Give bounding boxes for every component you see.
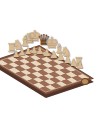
piece-knight: ♞	[12, 38, 24, 51]
chess-set-photo: ♜♞♝♛♚♛♚♝♞♜♟♟♟♟♟♟♟♟♟♟♟	[0, 0, 95, 126]
piece-queen: ♛	[24, 31, 37, 45]
chess-board	[0, 45, 94, 95]
piece-king: ♚	[45, 35, 59, 51]
piece-knight: ♞	[60, 45, 72, 58]
piece-rook: ♜	[74, 56, 84, 67]
piece-bishop: ♝	[53, 42, 65, 55]
piece-bishop: ♝	[19, 34, 32, 48]
brass-clasp-icon	[81, 78, 89, 85]
piece-king: ♚	[28, 29, 41, 44]
